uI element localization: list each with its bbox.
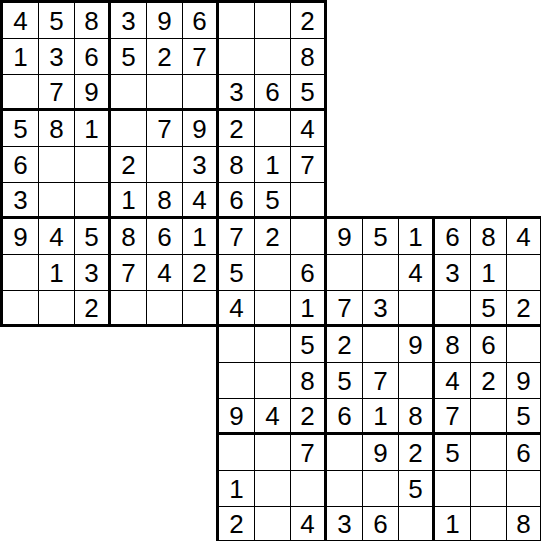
sudoku-cell-g2-r7c3[interactable]: 7: [291, 435, 327, 471]
sudoku-cell-g2-r4c6[interactable]: 9: [399, 327, 435, 363]
sudoku-cell-g2-r7c1[interactable]: [219, 435, 255, 471]
sudoku-cell-g1-r2c6[interactable]: 7: [183, 39, 219, 75]
sudoku-cell-g1-r2c8[interactable]: [255, 39, 291, 75]
sudoku-cell-g2-r2c7[interactable]: 3: [435, 255, 471, 291]
sudoku-cell-g1-r2c7[interactable]: [219, 39, 255, 75]
sudoku-cell-g2-r3c9[interactable]: 2: [507, 291, 541, 327]
sudoku-cell-g1-r7c5[interactable]: 6: [147, 219, 183, 255]
sudoku-cell-g1-r7c4[interactable]: 8: [111, 219, 147, 255]
twin-sudoku-canvas: 4583962136527879365581792462381731846594…: [0, 0, 541, 541]
sudoku-cell-g2-r8c2[interactable]: [255, 471, 291, 507]
sudoku-cell-g2-r7c4[interactable]: [327, 435, 363, 471]
sudoku-cell-g2-r2c4[interactable]: [327, 255, 363, 291]
sudoku-cell-g1-r1c9[interactable]: 2: [291, 3, 327, 39]
sudoku-cell-g1-r4c3[interactable]: 1: [75, 111, 111, 147]
sudoku-cell-g2-r2c8[interactable]: 1: [471, 255, 507, 291]
sudoku-cell-g2-r9c5[interactable]: 6: [363, 507, 399, 541]
sudoku-cell-g1-r8c5[interactable]: 4: [147, 255, 183, 291]
sudoku-cell-g2-r5c5[interactable]: 7: [363, 363, 399, 399]
sudoku-cell-g1-r6c4[interactable]: 1: [111, 183, 147, 219]
sudoku-cell-g1-r1c6[interactable]: 6: [183, 3, 219, 39]
sudoku-cell-g1-r6c7[interactable]: 6: [219, 183, 255, 219]
sudoku-cell-g2-r3c3[interactable]: 1: [291, 291, 327, 327]
sudoku-cell-g1-r1c1[interactable]: 4: [3, 3, 39, 39]
sudoku-cell-g2-r4c2[interactable]: [255, 327, 291, 363]
sudoku-cell-g1-r4c1[interactable]: 5: [3, 111, 39, 147]
sudoku-cell-g2-r9c6[interactable]: [399, 507, 435, 541]
sudoku-cell-g1-r4c8[interactable]: [255, 111, 291, 147]
sudoku-cell-g1-r6c8[interactable]: 5: [255, 183, 291, 219]
sudoku-cell-g2-r4c7[interactable]: 8: [435, 327, 471, 363]
sudoku-cell-g1-r3c5[interactable]: [147, 75, 183, 111]
sudoku-cell-g2-r1c7[interactable]: 6: [435, 219, 471, 255]
sudoku-cell-g1-r4c7[interactable]: 2: [219, 111, 255, 147]
sudoku-cell-g1-r3c6[interactable]: [183, 75, 219, 111]
sudoku-cell-g2-r8c9[interactable]: [507, 471, 541, 507]
sudoku-cell-g2-r9c7[interactable]: 1: [435, 507, 471, 541]
sudoku-cell-g1-r3c3[interactable]: 9: [75, 75, 111, 111]
sudoku-cell-g2-r5c1[interactable]: [219, 363, 255, 399]
sudoku-cell-g1-r8c2[interactable]: 1: [39, 255, 75, 291]
sudoku-cell-g2-r4c1[interactable]: [219, 327, 255, 363]
sudoku-cell-g2-r2c3[interactable]: 6: [291, 255, 327, 291]
sudoku-cell-g2-r8c1[interactable]: 1: [219, 471, 255, 507]
sudoku-cell-g1-r1c8[interactable]: [255, 3, 291, 39]
sudoku-cell-g1-r7c2[interactable]: 4: [39, 219, 75, 255]
sudoku-cell-g2-r5c6[interactable]: [399, 363, 435, 399]
sudoku-cell-g2-r6c1[interactable]: 9: [219, 399, 255, 435]
sudoku-cell-g1-r2c9[interactable]: 8: [291, 39, 327, 75]
sudoku-cell-g1-r9c3[interactable]: 2: [75, 291, 111, 327]
sudoku-cell-g2-r6c6[interactable]: 8: [399, 399, 435, 435]
sudoku-cell-g1-r5c7[interactable]: 8: [219, 147, 255, 183]
sudoku-cell-g2-r7c2[interactable]: [255, 435, 291, 471]
sudoku-cell-g2-r8c8[interactable]: [471, 471, 507, 507]
sudoku-cell-g2-r5c2[interactable]: [255, 363, 291, 399]
sudoku-cell-g2-r2c9[interactable]: [507, 255, 541, 291]
sudoku-cell-g2-r3c2[interactable]: [255, 291, 291, 327]
sudoku-cell-g1-r1c5[interactable]: 9: [147, 3, 183, 39]
sudoku-cell-g2-r1c9[interactable]: 4: [507, 219, 541, 255]
sudoku-cell-g2-r3c5[interactable]: 3: [363, 291, 399, 327]
sudoku-cell-g2-r2c2[interactable]: [255, 255, 291, 291]
sudoku-cell-g2-r4c8[interactable]: 6: [471, 327, 507, 363]
sudoku-cell-g1-r2c2[interactable]: 3: [39, 39, 75, 75]
sudoku-cell-g2-r1c5[interactable]: 5: [363, 219, 399, 255]
sudoku-cell-g2-r4c3[interactable]: 5: [291, 327, 327, 363]
sudoku-cell-g2-r1c4[interactable]: 9: [327, 219, 363, 255]
sudoku-cell-g1-r5c2[interactable]: [39, 147, 75, 183]
sudoku-cell-g2-r8c7[interactable]: [435, 471, 471, 507]
sudoku-cell-g1-r3c2[interactable]: 7: [39, 75, 75, 111]
sudoku-cell-g1-r6c5[interactable]: 8: [147, 183, 183, 219]
sudoku-cell-g1-r7c1[interactable]: 9: [3, 219, 39, 255]
sudoku-cell-g2-r6c7[interactable]: 7: [435, 399, 471, 435]
sudoku-cell-g1-r5c5[interactable]: [147, 147, 183, 183]
sudoku-cell-g2-r9c3[interactable]: 4: [291, 507, 327, 541]
sudoku-cell-g1-r6c1[interactable]: 3: [3, 183, 39, 219]
sudoku-cell-g2-r4c5[interactable]: [363, 327, 399, 363]
sudoku-cell-g2-r2c5[interactable]: [363, 255, 399, 291]
sudoku-cell-g2-r5c3[interactable]: 8: [291, 363, 327, 399]
sudoku-cell-g1-r6c6[interactable]: 4: [183, 183, 219, 219]
sudoku-cell-g1-r2c3[interactable]: 6: [75, 39, 111, 75]
sudoku-cell-g2-r6c2[interactable]: 4: [255, 399, 291, 435]
sudoku-cell-g1-r8c4[interactable]: 7: [111, 255, 147, 291]
sudoku-cell-g1-r9c6[interactable]: [183, 291, 219, 327]
sudoku-cell-g1-r1c4[interactable]: 3: [111, 3, 147, 39]
sudoku-cell-g1-r9c1[interactable]: [3, 291, 39, 327]
sudoku-cell-g2-r3c7[interactable]: [435, 291, 471, 327]
sudoku-cell-g2-r3c8[interactable]: 5: [471, 291, 507, 327]
sudoku-cell-g2-r9c1[interactable]: 2: [219, 507, 255, 541]
sudoku-cell-g1-r6c9[interactable]: [291, 183, 327, 219]
sudoku-cell-g2-r6c3[interactable]: 2: [291, 399, 327, 435]
sudoku-cell-g1-r1c2[interactable]: 5: [39, 3, 75, 39]
sudoku-cell-g2-r2c6[interactable]: 4: [399, 255, 435, 291]
sudoku-cell-g2-r7c6[interactable]: 2: [399, 435, 435, 471]
sudoku-cell-g2-r5c9[interactable]: 9: [507, 363, 541, 399]
sudoku-cell-g2-r9c9[interactable]: 8: [507, 507, 541, 541]
sudoku-cell-g1-r3c1[interactable]: [3, 75, 39, 111]
sudoku-cell-g1-r9c2[interactable]: [39, 291, 75, 327]
sudoku-cell-g1-r9c5[interactable]: [147, 291, 183, 327]
sudoku-cell-g1-r8c1[interactable]: [3, 255, 39, 291]
sudoku-cell-g1-r1c3[interactable]: 8: [75, 3, 111, 39]
sudoku-cell-g2-r9c4[interactable]: 3: [327, 507, 363, 541]
sudoku-cell-g1-r5c8[interactable]: 1: [255, 147, 291, 183]
sudoku-grid-2: 7295168456431417352529868574299426187579…: [216, 216, 541, 541]
sudoku-cell-g2-r6c8[interactable]: [471, 399, 507, 435]
sudoku-cell-g2-r1c1[interactable]: 7: [219, 219, 255, 255]
sudoku-cell-g1-r3c8[interactable]: 6: [255, 75, 291, 111]
sudoku-cell-g2-r7c7[interactable]: 5: [435, 435, 471, 471]
sudoku-cell-g2-r2c1[interactable]: 5: [219, 255, 255, 291]
sudoku-cell-g1-r4c2[interactable]: 8: [39, 111, 75, 147]
sudoku-cell-g2-r1c8[interactable]: 8: [471, 219, 507, 255]
sudoku-cell-g2-r8c3[interactable]: [291, 471, 327, 507]
sudoku-cell-g2-r8c6[interactable]: 5: [399, 471, 435, 507]
sudoku-cell-g2-r8c5[interactable]: [363, 471, 399, 507]
sudoku-cell-g1-r2c1[interactable]: 1: [3, 39, 39, 75]
sudoku-cell-g1-r4c5[interactable]: 7: [147, 111, 183, 147]
sudoku-cell-g1-r7c3[interactable]: 5: [75, 219, 111, 255]
sudoku-cell-g2-r3c6[interactable]: [399, 291, 435, 327]
sudoku-cell-g2-r3c1[interactable]: 4: [219, 291, 255, 327]
sudoku-cell-g2-r9c2[interactable]: [255, 507, 291, 541]
sudoku-cell-g1-r3c9[interactable]: 5: [291, 75, 327, 111]
sudoku-cell-g2-r5c4[interactable]: 5: [327, 363, 363, 399]
sudoku-cell-g1-r7c6[interactable]: 1: [183, 219, 219, 255]
sudoku-cell-g2-r3c4[interactable]: 7: [327, 291, 363, 327]
sudoku-cell-g2-r5c7[interactable]: 4: [435, 363, 471, 399]
sudoku-cell-g1-r5c9[interactable]: 7: [291, 147, 327, 183]
sudoku-cell-g2-r6c4[interactable]: 6: [327, 399, 363, 435]
sudoku-cell-g1-r3c7[interactable]: 3: [219, 75, 255, 111]
sudoku-cell-g1-r4c6[interactable]: 9: [183, 111, 219, 147]
sudoku-cell-g2-r7c8[interactable]: [471, 435, 507, 471]
sudoku-cell-g1-r2c5[interactable]: 2: [147, 39, 183, 75]
sudoku-cell-g2-r1c2[interactable]: 2: [255, 219, 291, 255]
sudoku-cell-g1-r5c6[interactable]: 3: [183, 147, 219, 183]
sudoku-cell-g1-r6c3[interactable]: [75, 183, 111, 219]
sudoku-cell-g1-r2c4[interactable]: 5: [111, 39, 147, 75]
sudoku-cell-g1-r8c6[interactable]: 2: [183, 255, 219, 291]
sudoku-cell-g2-r4c9[interactable]: [507, 327, 541, 363]
sudoku-cell-g1-r6c2[interactable]: [39, 183, 75, 219]
sudoku-cell-g1-r1c7[interactable]: [219, 3, 255, 39]
sudoku-cell-g1-r4c9[interactable]: 4: [291, 111, 327, 147]
sudoku-cell-g1-r3c4[interactable]: [111, 75, 147, 111]
sudoku-cell-g2-r9c8[interactable]: [471, 507, 507, 541]
sudoku-cell-g2-r1c6[interactable]: 1: [399, 219, 435, 255]
sudoku-cell-g2-r7c9[interactable]: 6: [507, 435, 541, 471]
sudoku-cell-g2-r6c5[interactable]: 1: [363, 399, 399, 435]
sudoku-cell-g1-r8c3[interactable]: 3: [75, 255, 111, 291]
sudoku-cell-g2-r5c8[interactable]: 2: [471, 363, 507, 399]
sudoku-cell-g2-r1c3[interactable]: [291, 219, 327, 255]
sudoku-cell-g1-r4c4[interactable]: [111, 111, 147, 147]
sudoku-cell-g1-r9c4[interactable]: [111, 291, 147, 327]
sudoku-cell-g1-r5c1[interactable]: 6: [3, 147, 39, 183]
sudoku-cell-g2-r4c4[interactable]: 2: [327, 327, 363, 363]
sudoku-cell-g2-r8c4[interactable]: [327, 471, 363, 507]
sudoku-cell-g1-r5c3[interactable]: [75, 147, 111, 183]
sudoku-cell-g1-r5c4[interactable]: 2: [111, 147, 147, 183]
sudoku-cell-g2-r7c5[interactable]: 9: [363, 435, 399, 471]
sudoku-cell-g2-r6c9[interactable]: 5: [507, 399, 541, 435]
